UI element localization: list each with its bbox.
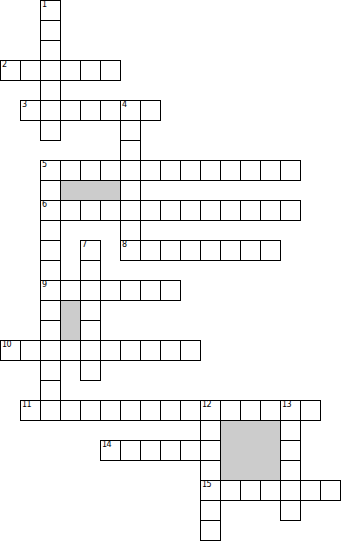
cell-r20c9[interactable]	[180, 400, 201, 421]
cell-r23c14[interactable]	[280, 460, 301, 481]
cell-r20c12[interactable]	[240, 400, 261, 421]
cell-r12c7[interactable]	[140, 240, 161, 261]
cell-r14c3[interactable]	[60, 280, 81, 301]
cell-r22c7[interactable]	[140, 440, 161, 461]
cell-r17c5[interactable]	[100, 340, 121, 361]
cell-r18c2[interactable]	[40, 360, 61, 381]
cell-r20c4[interactable]	[80, 400, 101, 421]
cell-r24c14[interactable]	[280, 480, 301, 501]
cell-r19c2[interactable]	[40, 380, 61, 401]
cell-r12c6[interactable]	[120, 240, 141, 261]
cell-r9c2[interactable]	[40, 180, 61, 201]
cell-r17c1[interactable]	[20, 340, 41, 361]
cell-r8c3[interactable]	[60, 160, 81, 181]
cell-r13c2[interactable]	[40, 260, 61, 281]
cell-r14c7[interactable]	[140, 280, 161, 301]
cell-r25c10[interactable]	[200, 500, 221, 521]
cell-r5c3[interactable]	[60, 100, 81, 121]
cell-r5c1[interactable]	[20, 100, 41, 121]
cell-r22c6[interactable]	[120, 440, 141, 461]
shaded-block-1	[60, 180, 121, 201]
cell-r14c4[interactable]	[80, 280, 101, 301]
cell-r22c8[interactable]	[160, 440, 181, 461]
cell-r20c3[interactable]	[60, 400, 81, 421]
cell-r8c13[interactable]	[260, 160, 281, 181]
shaded-block-2	[60, 300, 81, 341]
cell-r12c12[interactable]	[240, 240, 261, 261]
cell-r10c8[interactable]	[160, 200, 181, 221]
cell-r5c6[interactable]	[120, 100, 141, 121]
cell-r10c6[interactable]	[120, 200, 141, 221]
cell-r8c12[interactable]	[240, 160, 261, 181]
cell-r8c6[interactable]	[120, 160, 141, 181]
cell-r6c6[interactable]	[120, 120, 141, 141]
cell-r22c10[interactable]	[200, 440, 221, 461]
cell-r24c11[interactable]	[220, 480, 241, 501]
cell-r20c1[interactable]	[20, 400, 41, 421]
cell-r10c7[interactable]	[140, 200, 161, 221]
cell-r24c13[interactable]	[260, 480, 281, 501]
cell-r10c11[interactable]	[220, 200, 241, 221]
cell-r3c1[interactable]	[20, 60, 41, 81]
cell-r12c2[interactable]	[40, 240, 61, 261]
cell-r3c3[interactable]	[60, 60, 81, 81]
cell-r4c2[interactable]	[40, 80, 61, 101]
cell-r20c8[interactable]	[160, 400, 181, 421]
cell-r3c0[interactable]	[0, 60, 21, 81]
cell-r8c2[interactable]	[40, 160, 61, 181]
cell-r6c2[interactable]	[40, 120, 61, 141]
cell-r7c6[interactable]	[120, 140, 141, 161]
cell-r20c14[interactable]	[280, 400, 301, 421]
cell-r20c10[interactable]	[200, 400, 221, 421]
cell-r10c9[interactable]	[180, 200, 201, 221]
cell-r15c2[interactable]	[40, 300, 61, 321]
cell-r21c14[interactable]	[280, 420, 301, 441]
cell-r8c7[interactable]	[140, 160, 161, 181]
cell-r23c10[interactable]	[200, 460, 221, 481]
cell-r20c11[interactable]	[220, 400, 241, 421]
cell-r20c13[interactable]	[260, 400, 281, 421]
cell-r8c9[interactable]	[180, 160, 201, 181]
cell-r12c10[interactable]	[200, 240, 221, 261]
cell-r11c2[interactable]	[40, 220, 61, 241]
cell-r17c3[interactable]	[60, 340, 81, 361]
cell-r18c4[interactable]	[80, 360, 101, 381]
cell-r16c4[interactable]	[80, 320, 101, 341]
cell-r20c2[interactable]	[40, 400, 61, 421]
cell-r25c14[interactable]	[280, 500, 301, 521]
cell-r3c4[interactable]	[80, 60, 101, 81]
cell-r14c8[interactable]	[160, 280, 181, 301]
cell-r10c5[interactable]	[100, 200, 121, 221]
cell-r10c2[interactable]	[40, 200, 61, 221]
cell-r17c9[interactable]	[180, 340, 201, 361]
cell-r10c4[interactable]	[80, 200, 101, 221]
shaded-block-3	[220, 420, 281, 481]
cell-r12c13[interactable]	[260, 240, 281, 261]
cell-r20c6[interactable]	[120, 400, 141, 421]
cell-r10c14[interactable]	[280, 200, 301, 221]
cell-r12c9[interactable]	[180, 240, 201, 261]
cell-r17c4[interactable]	[80, 340, 101, 361]
cell-r12c11[interactable]	[220, 240, 241, 261]
cell-r17c7[interactable]	[140, 340, 161, 361]
cell-r24c10[interactable]	[200, 480, 221, 501]
cell-r8c8[interactable]	[160, 160, 181, 181]
cell-r16c2[interactable]	[40, 320, 61, 341]
cell-r20c7[interactable]	[140, 400, 161, 421]
cell-r3c2[interactable]	[40, 60, 61, 81]
cell-r2c2[interactable]	[40, 40, 61, 61]
cell-r17c0[interactable]	[0, 340, 21, 361]
cell-r9c6[interactable]	[120, 180, 141, 201]
cell-r24c15[interactable]	[300, 480, 321, 501]
cell-r8c11[interactable]	[220, 160, 241, 181]
cell-r17c2[interactable]	[40, 340, 61, 361]
cell-r8c4[interactable]	[80, 160, 101, 181]
cell-r13c4[interactable]	[80, 260, 101, 281]
cell-r5c4[interactable]	[80, 100, 101, 121]
cell-r26c10[interactable]	[200, 520, 221, 541]
cell-r12c8[interactable]	[160, 240, 181, 261]
cell-r24c16[interactable]	[320, 480, 341, 501]
cell-r5c2[interactable]	[40, 100, 61, 121]
cell-r14c5[interactable]	[100, 280, 121, 301]
cell-r12c4[interactable]	[80, 240, 101, 261]
cell-r15c4[interactable]	[80, 300, 101, 321]
cell-r14c6[interactable]	[120, 280, 141, 301]
cell-r3c5[interactable]	[100, 60, 121, 81]
cell-r17c8[interactable]	[160, 340, 181, 361]
cell-r10c13[interactable]	[260, 200, 281, 221]
cell-r22c5[interactable]	[100, 440, 121, 461]
cell-r8c14[interactable]	[280, 160, 301, 181]
cell-r21c10[interactable]	[200, 420, 221, 441]
cell-r14c2[interactable]	[40, 280, 61, 301]
cell-r11c6[interactable]	[120, 220, 141, 241]
cell-r17c6[interactable]	[120, 340, 141, 361]
cell-r1c2[interactable]	[40, 20, 61, 41]
cell-r5c5[interactable]	[100, 100, 121, 121]
cell-r8c5[interactable]	[100, 160, 121, 181]
cell-r10c10[interactable]	[200, 200, 221, 221]
cell-r22c14[interactable]	[280, 440, 301, 461]
cell-r20c5[interactable]	[100, 400, 121, 421]
cell-r10c12[interactable]	[240, 200, 261, 221]
cell-r10c3[interactable]	[60, 200, 81, 221]
cell-r22c9[interactable]	[180, 440, 201, 461]
crossword-board: 123456789101112131415	[0, 0, 341, 541]
cell-r20c15[interactable]	[300, 400, 321, 421]
cell-r8c10[interactable]	[200, 160, 221, 181]
cell-r5c7[interactable]	[140, 100, 161, 121]
cell-r24c12[interactable]	[240, 480, 261, 501]
cell-r0c2[interactable]	[40, 0, 61, 21]
